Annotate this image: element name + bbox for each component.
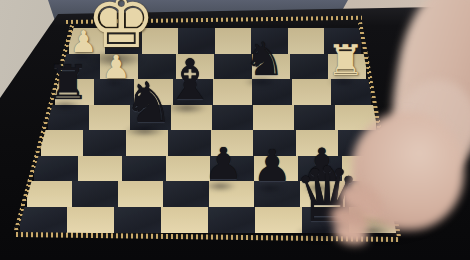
white-rook-h7: ♜	[327, 40, 365, 82]
square-b2	[72, 181, 118, 207]
square-b1	[67, 207, 114, 233]
black-pawn-e3: ♟	[204, 142, 243, 186]
black-pawn-f3: ♟	[252, 144, 291, 188]
square-b3	[78, 156, 122, 182]
square-c1	[114, 207, 161, 233]
photo-chess-scene: ♟♚♟♞♜♜♝♞♟♟♟♛♛	[0, 0, 470, 260]
black-rook-a6: ♜	[47, 58, 90, 106]
square-f5	[253, 105, 294, 131]
square-g8	[288, 28, 325, 54]
square-c2	[118, 181, 164, 207]
square-b4	[83, 130, 126, 156]
square-g7	[290, 54, 328, 80]
black-knight-f7: ♞	[244, 36, 285, 82]
square-d1	[161, 207, 208, 233]
square-e1	[208, 207, 255, 233]
square-c3	[122, 156, 166, 182]
square-a2	[27, 181, 73, 207]
square-g5	[294, 105, 335, 131]
square-e5	[212, 105, 253, 131]
square-a1	[20, 207, 67, 233]
black-knight-c5: ♞	[123, 75, 173, 131]
square-a3	[34, 156, 78, 182]
square-g6	[292, 79, 332, 105]
square-a4	[41, 130, 84, 156]
square-d2	[163, 181, 209, 207]
